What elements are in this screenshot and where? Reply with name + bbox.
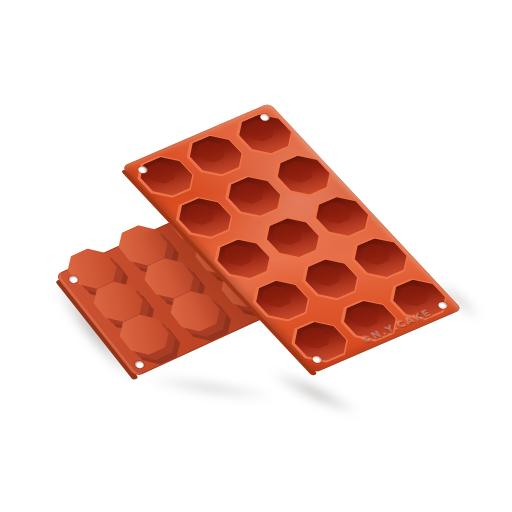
scene: ©N.Y.CAKE (0, 0, 512, 512)
